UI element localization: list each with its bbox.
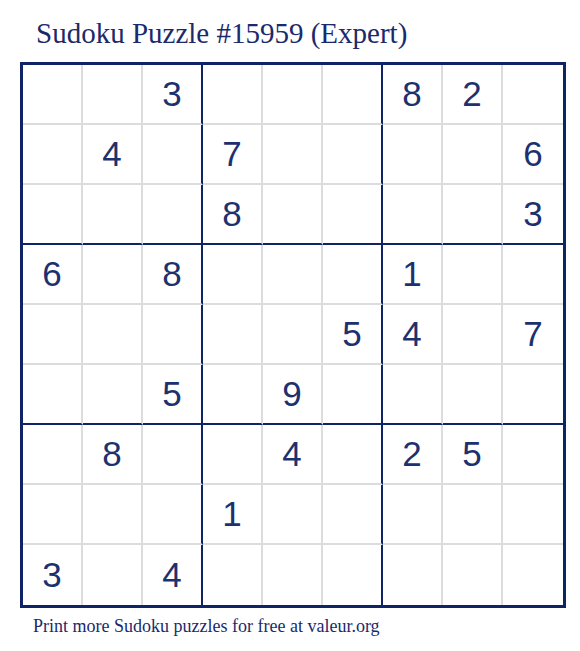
sudoku-cell-r1c8: 2 [443,65,503,125]
sudoku-cell-r3c5 [263,185,323,245]
sudoku-cell-r2c6 [323,125,383,185]
sudoku-cell-r3c3 [143,185,203,245]
sudoku-cell-r7c6 [323,425,383,485]
sudoku-cell-r8c3 [143,485,203,545]
sudoku-cell-r3c8 [443,185,503,245]
sudoku-cell-r4c7: 1 [383,245,443,305]
sudoku-cell-r3c9: 3 [503,185,563,245]
sudoku-cell-r3c6 [323,185,383,245]
sudoku-cell-r9c2 [83,545,143,605]
sudoku-cell-r8c1 [23,485,83,545]
sudoku-cell-r8c5 [263,485,323,545]
sudoku-cell-r2c5 [263,125,323,185]
sudoku-cell-r4c1: 6 [23,245,83,305]
sudoku-cell-r6c2 [83,365,143,425]
sudoku-cell-r4c8 [443,245,503,305]
sudoku-cell-r9c5 [263,545,323,605]
sudoku-cell-r5c8 [443,305,503,365]
sudoku-cell-r6c9 [503,365,563,425]
sudoku-cell-r3c2 [83,185,143,245]
sudoku-cell-r5c5 [263,305,323,365]
sudoku-cell-r7c8: 5 [443,425,503,485]
sudoku-cell-r1c2 [83,65,143,125]
sudoku-cell-r7c3 [143,425,203,485]
sudoku-cell-r1c7: 8 [383,65,443,125]
sudoku-cell-r9c7 [383,545,443,605]
sudoku-cell-r5c6: 5 [323,305,383,365]
sudoku-cell-r7c9 [503,425,563,485]
sudoku-cell-r5c4 [203,305,263,365]
sudoku-cell-r8c8 [443,485,503,545]
sudoku-cell-r1c1 [23,65,83,125]
sudoku-cell-r9c3: 4 [143,545,203,605]
sudoku-cell-r6c3: 5 [143,365,203,425]
sudoku-cell-r2c2: 4 [83,125,143,185]
sudoku-cell-r9c6 [323,545,383,605]
sudoku-cell-r2c7 [383,125,443,185]
sudoku-board: 38247683681547598425134 [20,62,566,608]
sudoku-cell-r5c2 [83,305,143,365]
sudoku-cell-r7c4 [203,425,263,485]
sudoku-cell-r9c8 [443,545,503,605]
sudoku-cell-r5c3 [143,305,203,365]
sudoku-cell-r7c2: 8 [83,425,143,485]
sudoku-cell-r5c7: 4 [383,305,443,365]
page-title: Sudoku Puzzle #15959 (Expert) [36,17,407,50]
sudoku-cell-r7c7: 2 [383,425,443,485]
sudoku-cell-r4c2 [83,245,143,305]
sudoku-cell-r5c9: 7 [503,305,563,365]
sudoku-cell-r6c5: 9 [263,365,323,425]
sudoku-cell-r4c3: 8 [143,245,203,305]
sudoku-cell-r9c4 [203,545,263,605]
sudoku-cell-r1c6 [323,65,383,125]
sudoku-cell-r2c9: 6 [503,125,563,185]
sudoku-cell-r6c4 [203,365,263,425]
sudoku-cell-r4c6 [323,245,383,305]
sudoku-cell-r5c1 [23,305,83,365]
sudoku-cell-r8c7 [383,485,443,545]
sudoku-cell-r9c9 [503,545,563,605]
sudoku-cell-r8c9 [503,485,563,545]
sudoku-cell-r8c6 [323,485,383,545]
sudoku-cell-r1c3: 3 [143,65,203,125]
sudoku-cell-r6c8 [443,365,503,425]
sudoku-cell-r7c1 [23,425,83,485]
footer-text: Print more Sudoku puzzles for free at va… [33,616,380,637]
sudoku-cell-r4c5 [263,245,323,305]
sudoku-cell-r8c2 [83,485,143,545]
sudoku-cell-r2c8 [443,125,503,185]
sudoku-cell-r4c9 [503,245,563,305]
sudoku-cell-r9c1: 3 [23,545,83,605]
sudoku-page: Sudoku Puzzle #15959 (Expert) 3824768368… [0,0,580,651]
sudoku-cell-r2c4: 7 [203,125,263,185]
sudoku-cell-r3c4: 8 [203,185,263,245]
sudoku-cell-r6c7 [383,365,443,425]
sudoku-cell-r1c4 [203,65,263,125]
sudoku-cell-r2c1 [23,125,83,185]
sudoku-cell-r3c1 [23,185,83,245]
sudoku-cell-r3c7 [383,185,443,245]
sudoku-cell-r4c4 [203,245,263,305]
sudoku-cell-r2c3 [143,125,203,185]
sudoku-cell-r1c5 [263,65,323,125]
sudoku-cell-r6c6 [323,365,383,425]
sudoku-cell-r6c1 [23,365,83,425]
sudoku-cell-r8c4: 1 [203,485,263,545]
sudoku-cell-r1c9 [503,65,563,125]
sudoku-cell-r7c5: 4 [263,425,323,485]
